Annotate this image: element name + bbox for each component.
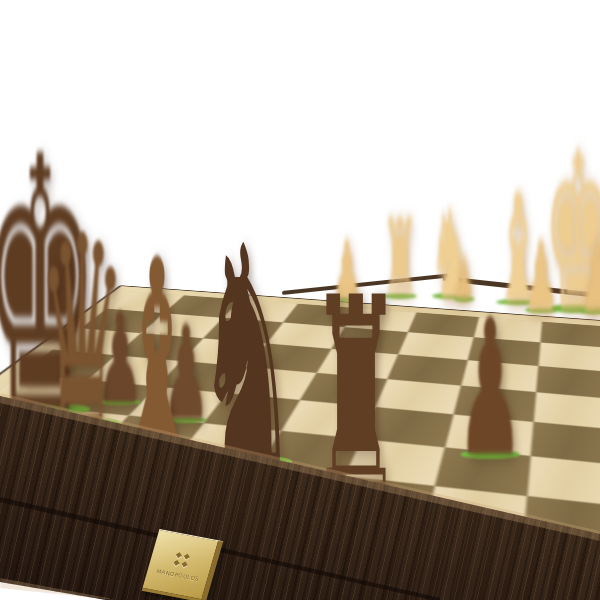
diamond-lattice-icon: ◆◆◆◆: [172, 550, 192, 568]
diamond-glyph: ◆: [180, 559, 190, 568]
plaque-brand-text: MANOPOULOS: [155, 567, 199, 581]
black-pawn[interactable]: ♟: [456, 296, 523, 484]
white-pawn[interactable]: ♟: [523, 228, 559, 324]
white-pawn[interactable]: ♟: [579, 229, 600, 325]
chess-set-photo: ♚♛♟♝♟♞♜♟♟♜♞♟♝♟♚♟ ◆◆◆◆ MANOPOULOS: [0, 0, 600, 600]
